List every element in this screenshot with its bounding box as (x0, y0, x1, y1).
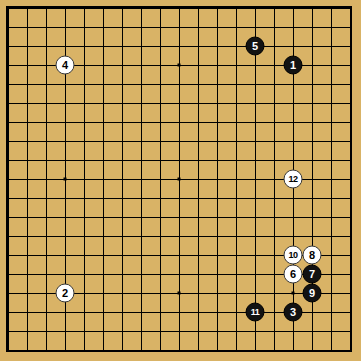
star-point (178, 292, 181, 295)
grid-line-vertical (331, 8, 332, 351)
stone-black-r5: 7 (303, 265, 322, 284)
stone-white-q5: 6 (284, 265, 303, 284)
stone-black-o3: 11 (246, 303, 265, 322)
star-point (64, 178, 67, 181)
stone-white-r6: 8 (303, 246, 322, 265)
grid-line-vertical (350, 8, 351, 351)
grid-line-horizontal (8, 331, 351, 332)
grid-line-vertical (236, 8, 237, 351)
stone-black-q16: 1 (284, 56, 303, 75)
grid-line-vertical (217, 8, 218, 351)
star-point (178, 178, 181, 181)
stone-white-d16: 4 (56, 56, 75, 75)
grid-line-horizontal (8, 217, 351, 218)
stone-black-r4: 9 (303, 284, 322, 303)
stone-white-d4: 2 (56, 284, 75, 303)
star-point (178, 64, 181, 67)
go-board-diagram: 123456789101112 (0, 0, 361, 361)
grid-line-vertical (198, 8, 199, 351)
grid-line-vertical (255, 8, 256, 351)
stone-black-o17: 5 (246, 37, 265, 56)
stone-white-q6: 10 (284, 246, 303, 265)
grid-line-horizontal (8, 236, 351, 237)
grid-line-horizontal (8, 350, 351, 351)
grid-line-vertical (274, 8, 275, 351)
stone-black-q3: 3 (284, 303, 303, 322)
grid-line-horizontal (8, 198, 351, 199)
star-point (292, 292, 295, 295)
stone-white-q10: 12 (284, 170, 303, 189)
